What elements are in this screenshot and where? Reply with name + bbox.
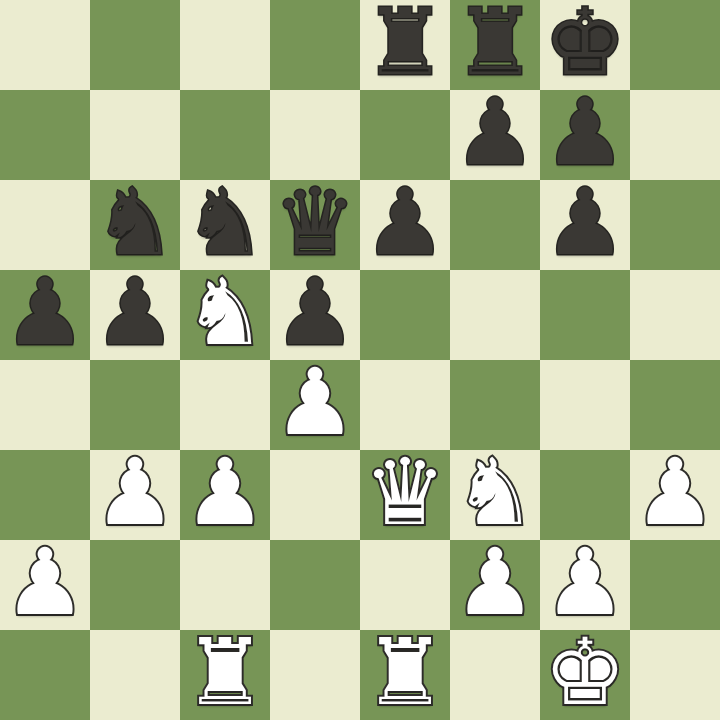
black-pawn-g6[interactable]: ♟ — [544, 178, 626, 268]
square-g1[interactable]: ♚ — [540, 630, 630, 720]
white-pawn-h3[interactable]: ♟ — [634, 448, 716, 538]
square-f2[interactable]: ♟ — [450, 540, 540, 630]
square-a4[interactable] — [0, 360, 90, 450]
square-d4[interactable]: ♟ — [270, 360, 360, 450]
black-knight-c6[interactable]: ♞ — [184, 178, 266, 268]
square-e7[interactable] — [360, 90, 450, 180]
square-h1[interactable] — [630, 630, 720, 720]
square-e2[interactable] — [360, 540, 450, 630]
white-rook-c1[interactable]: ♜ — [184, 628, 266, 718]
white-queen-e3[interactable]: ♛ — [364, 448, 446, 538]
square-a6[interactable] — [0, 180, 90, 270]
square-e8[interactable]: ♜ — [360, 0, 450, 90]
square-b7[interactable] — [90, 90, 180, 180]
white-pawn-g2[interactable]: ♟ — [544, 538, 626, 628]
white-knight-c5[interactable]: ♞ — [184, 268, 266, 358]
square-d5[interactable]: ♟ — [270, 270, 360, 360]
white-pawn-d4[interactable]: ♟ — [274, 358, 356, 448]
square-f8[interactable]: ♜ — [450, 0, 540, 90]
square-b6[interactable]: ♞ — [90, 180, 180, 270]
square-c5[interactable]: ♞ — [180, 270, 270, 360]
square-a7[interactable] — [0, 90, 90, 180]
square-b1[interactable] — [90, 630, 180, 720]
black-pawn-b5[interactable]: ♟ — [94, 268, 176, 358]
white-pawn-a2[interactable]: ♟ — [4, 538, 86, 628]
square-d1[interactable] — [270, 630, 360, 720]
square-e5[interactable] — [360, 270, 450, 360]
square-g6[interactable]: ♟ — [540, 180, 630, 270]
black-pawn-e6[interactable]: ♟ — [364, 178, 446, 268]
square-a1[interactable] — [0, 630, 90, 720]
square-b3[interactable]: ♟ — [90, 450, 180, 540]
white-pawn-c3[interactable]: ♟ — [184, 448, 266, 538]
square-f6[interactable] — [450, 180, 540, 270]
square-a5[interactable]: ♟ — [0, 270, 90, 360]
square-f1[interactable] — [450, 630, 540, 720]
square-g4[interactable] — [540, 360, 630, 450]
square-g8[interactable]: ♚ — [540, 0, 630, 90]
black-pawn-d5[interactable]: ♟ — [274, 268, 356, 358]
square-b4[interactable] — [90, 360, 180, 450]
square-h3[interactable]: ♟ — [630, 450, 720, 540]
square-a3[interactable] — [0, 450, 90, 540]
square-f5[interactable] — [450, 270, 540, 360]
chess-board: ♜♜♚♟♟♞♞♛♟♟♟♟♞♟♟♟♟♛♞♟♟♟♟♜♜♚ — [0, 0, 720, 720]
square-h2[interactable] — [630, 540, 720, 630]
square-c7[interactable] — [180, 90, 270, 180]
square-c2[interactable] — [180, 540, 270, 630]
square-e1[interactable]: ♜ — [360, 630, 450, 720]
white-pawn-b3[interactable]: ♟ — [94, 448, 176, 538]
white-pawn-f2[interactable]: ♟ — [454, 538, 536, 628]
white-king-g1[interactable]: ♚ — [544, 628, 626, 718]
square-d6[interactable]: ♛ — [270, 180, 360, 270]
square-a8[interactable] — [0, 0, 90, 90]
square-a2[interactable]: ♟ — [0, 540, 90, 630]
square-h6[interactable] — [630, 180, 720, 270]
black-pawn-g7[interactable]: ♟ — [544, 88, 626, 178]
black-pawn-a5[interactable]: ♟ — [4, 268, 86, 358]
square-h7[interactable] — [630, 90, 720, 180]
black-rook-e8[interactable]: ♜ — [364, 0, 446, 88]
square-g3[interactable] — [540, 450, 630, 540]
black-rook-f8[interactable]: ♜ — [454, 0, 536, 88]
white-knight-f3[interactable]: ♞ — [454, 448, 536, 538]
square-h4[interactable] — [630, 360, 720, 450]
black-knight-b6[interactable]: ♞ — [94, 178, 176, 268]
square-g7[interactable]: ♟ — [540, 90, 630, 180]
square-d8[interactable] — [270, 0, 360, 90]
square-c1[interactable]: ♜ — [180, 630, 270, 720]
square-e3[interactable]: ♛ — [360, 450, 450, 540]
square-e4[interactable] — [360, 360, 450, 450]
white-rook-e1[interactable]: ♜ — [364, 628, 446, 718]
square-f4[interactable] — [450, 360, 540, 450]
square-b2[interactable] — [90, 540, 180, 630]
chess-board-container: ♜♜♚♟♟♞♞♛♟♟♟♟♞♟♟♟♟♛♞♟♟♟♟♜♜♚ — [0, 0, 720, 720]
square-c3[interactable]: ♟ — [180, 450, 270, 540]
black-queen-d6[interactable]: ♛ — [274, 178, 356, 268]
square-c4[interactable] — [180, 360, 270, 450]
square-g5[interactable] — [540, 270, 630, 360]
square-b8[interactable] — [90, 0, 180, 90]
square-c6[interactable]: ♞ — [180, 180, 270, 270]
square-d7[interactable] — [270, 90, 360, 180]
square-b5[interactable]: ♟ — [90, 270, 180, 360]
square-f3[interactable]: ♞ — [450, 450, 540, 540]
square-f7[interactable]: ♟ — [450, 90, 540, 180]
square-d3[interactable] — [270, 450, 360, 540]
square-g2[interactable]: ♟ — [540, 540, 630, 630]
square-h5[interactable] — [630, 270, 720, 360]
square-c8[interactable] — [180, 0, 270, 90]
square-e6[interactable]: ♟ — [360, 180, 450, 270]
black-king-g8[interactable]: ♚ — [544, 0, 626, 88]
black-pawn-f7[interactable]: ♟ — [454, 88, 536, 178]
square-d2[interactable] — [270, 540, 360, 630]
square-h8[interactable] — [630, 0, 720, 90]
